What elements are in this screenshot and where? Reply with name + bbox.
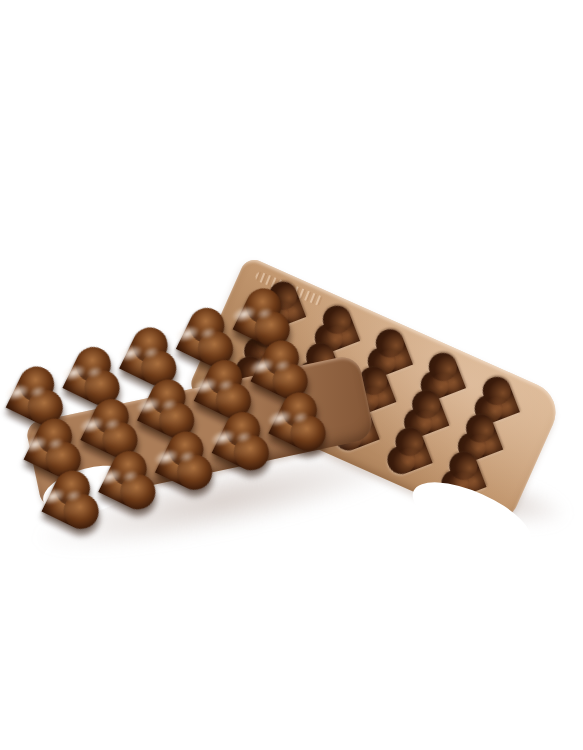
heart-cavity [360, 326, 430, 387]
heart-cavity-shape [467, 423, 503, 459]
product-photo [0, 0, 583, 750]
heart-bump-shape [5, 376, 52, 423]
heart-bump-shape [62, 357, 109, 404]
cavity-inner-light [375, 345, 411, 375]
heart-cavity-shape [483, 386, 519, 422]
heart-cavity-shape [377, 339, 413, 375]
heart-cavity [433, 448, 503, 509]
specular-highlight [84, 363, 105, 380]
heart-cavity [413, 350, 483, 411]
heart-cavity-shape [253, 328, 289, 364]
cavity-inner-light [429, 369, 465, 399]
specular-highlight [141, 343, 162, 360]
heart-cavity [467, 374, 537, 435]
cavity-inner-light [449, 467, 485, 497]
heart-bump [105, 325, 180, 397]
heart-cavity [397, 387, 467, 448]
specular-highlight [67, 368, 106, 401]
heart-cavity-shape [430, 362, 466, 398]
specular-highlight [59, 361, 89, 385]
cavity-inner-light [412, 406, 448, 436]
cavity-inner-light [322, 321, 358, 351]
specular-highlight [11, 388, 50, 421]
heart-cavity-shape [397, 437, 433, 473]
cavity-inner-light [482, 393, 518, 423]
heart-cavity-shape [413, 400, 449, 436]
embossed-brand-mark [254, 271, 325, 307]
specular-highlight [27, 383, 48, 400]
cavity-inner-light [269, 298, 305, 328]
heart-cavity [450, 411, 520, 472]
specular-highlight [116, 341, 146, 365]
heart-bump-shape [119, 337, 166, 384]
cavity-inner-light [252, 335, 288, 365]
cavity-inner-light [466, 430, 502, 460]
heart-cavity [380, 424, 450, 485]
heart-cavity-shape [323, 315, 359, 351]
heart-cavity [306, 303, 376, 364]
specular-highlight [124, 349, 163, 382]
heart-cavity-shape [450, 460, 486, 496]
cavity-inner-light [396, 443, 432, 473]
specular-highlight [172, 322, 202, 346]
specular-highlight [2, 380, 32, 404]
